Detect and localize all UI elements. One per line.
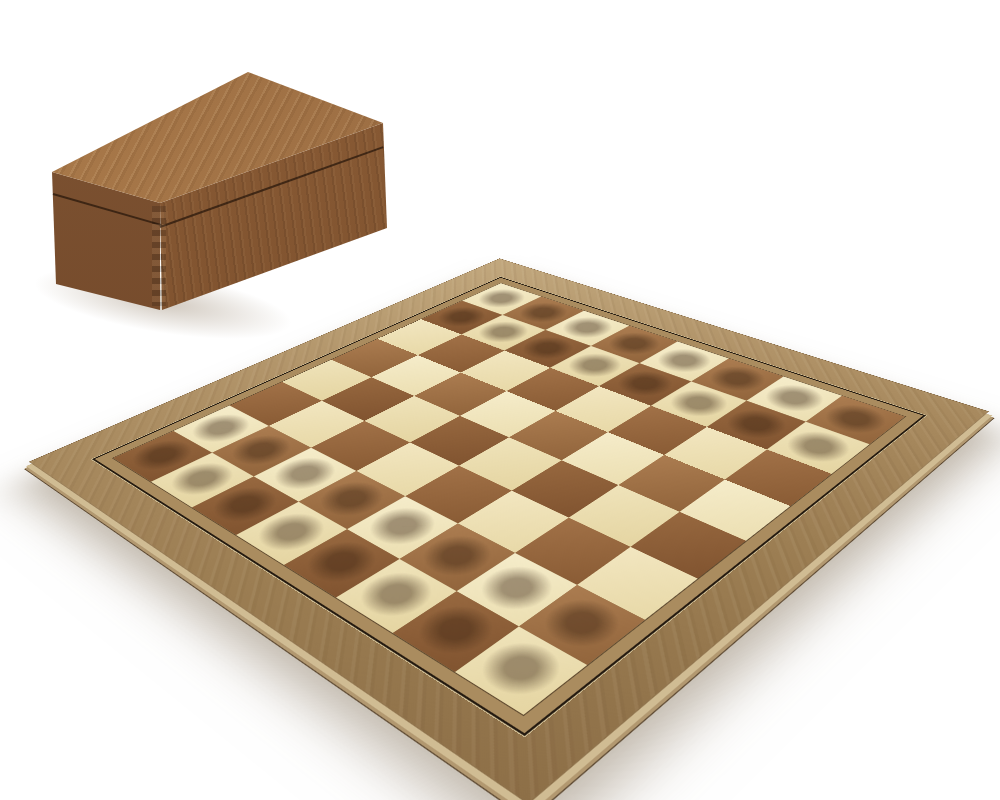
- chess-set-scene: ♜♞♝♛♚♝♞♜♟♟♟♟♟♟♟♟♟♟♟♟♟♟♟♟♜♞♝♛♚♝♞♜: [0, 0, 1000, 800]
- square-h1[interactable]: ♜: [455, 626, 587, 714]
- chess-board: ♜♞♝♛♚♝♞♜♟♟♟♟♟♟♟♟♟♟♟♟♟♟♟♟♜♞♝♛♚♝♞♜: [29, 258, 989, 800]
- square-h5[interactable]: [680, 479, 791, 540]
- pawn-glyph: ♟: [720, 313, 788, 434]
- rook-glyph: ♜: [461, 471, 571, 682]
- pawn-glyph: ♟: [780, 331, 850, 457]
- board-squares: ♜♞♝♛♚♝♞♜♟♟♟♟♟♟♟♟♟♟♟♟♟♟♟♟♜♞♝♛♚♝♞♜: [113, 283, 905, 715]
- board-perspective-wrapper: ♜♞♝♛♚♝♞♜♟♟♟♟♟♟♟♟♟♟♟♟♟♟♟♟♜♞♝♛♚♝♞♜: [0, 0, 1000, 800]
